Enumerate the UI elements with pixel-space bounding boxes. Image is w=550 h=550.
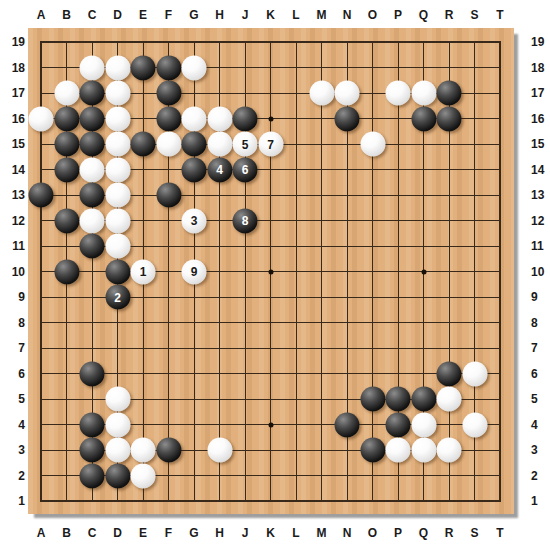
stone-white-G16[interactable] [182, 106, 207, 131]
move-9-stone-white-G10[interactable]: 9 [182, 259, 207, 284]
coord-label-col-R-bottom: R [445, 526, 454, 540]
stone-white-H16[interactable] [207, 106, 232, 131]
coord-label-row-19-right: 19 [531, 35, 544, 49]
stone-black-J16[interactable] [233, 106, 258, 131]
stone-white-Q3[interactable] [411, 438, 436, 463]
coord-label-col-Q-bottom: Q [419, 526, 428, 540]
stone-black-D2[interactable] [105, 463, 130, 488]
coord-label-col-G-top: G [189, 8, 198, 22]
stone-black-C2[interactable] [80, 463, 105, 488]
coord-label-col-N-top: N [343, 8, 352, 22]
coord-label-row-7-left: 7 [18, 341, 25, 355]
stone-black-B12[interactable] [54, 208, 79, 233]
coord-label-row-10-right: 10 [531, 265, 544, 279]
coord-label-col-H-bottom: H [215, 526, 224, 540]
stone-white-D4[interactable] [105, 412, 130, 437]
coord-label-col-E-top: E [139, 8, 147, 22]
stone-white-D18[interactable] [105, 55, 130, 80]
coord-label-row-14-left: 14 [12, 163, 25, 177]
coord-label-col-O-top: O [368, 8, 377, 22]
stone-black-P4[interactable] [386, 412, 411, 437]
stone-white-D15[interactable] [105, 132, 130, 157]
stone-black-C16[interactable] [80, 106, 105, 131]
stone-black-N4[interactable] [335, 412, 360, 437]
stone-white-C18[interactable] [80, 55, 105, 80]
stone-white-G18[interactable] [182, 55, 207, 80]
go-diagram-page: 574638192 AABBCCDDEEFFGGHHJJKKLLMMNNOOPP… [0, 0, 550, 550]
stone-black-R16[interactable] [437, 106, 462, 131]
coord-label-col-E-bottom: E [139, 526, 147, 540]
stone-white-C12[interactable] [80, 208, 105, 233]
stone-black-C15[interactable] [80, 132, 105, 157]
coord-label-row-12-left: 12 [12, 214, 25, 228]
move-5-stone-white-J15[interactable]: 5 [233, 132, 258, 157]
stone-white-D17[interactable] [105, 81, 130, 106]
coord-label-row-13-left: 13 [12, 188, 25, 202]
stone-white-D16[interactable] [105, 106, 130, 131]
stone-black-B16[interactable] [54, 106, 79, 131]
stone-white-H3[interactable] [207, 438, 232, 463]
grid-line-horizontal [41, 322, 500, 323]
stone-black-C4[interactable] [80, 412, 105, 437]
stone-white-E2[interactable] [131, 463, 156, 488]
coord-label-row-5-left: 5 [18, 392, 25, 406]
stone-white-D13[interactable] [105, 183, 130, 208]
stone-white-F15[interactable] [156, 132, 181, 157]
coord-label-col-P-bottom: P [394, 526, 402, 540]
stone-black-R17[interactable] [437, 81, 462, 106]
stone-white-D11[interactable] [105, 234, 130, 259]
stone-black-F16[interactable] [156, 106, 181, 131]
coord-label-col-B-top: B [62, 8, 71, 22]
stone-white-H15[interactable] [207, 132, 232, 157]
stone-white-P17[interactable] [386, 81, 411, 106]
move-3-stone-white-G12[interactable]: 3 [182, 208, 207, 233]
stone-white-D14[interactable] [105, 157, 130, 182]
grid-line-horizontal [41, 373, 500, 374]
coord-label-col-L-bottom: L [292, 526, 299, 540]
coord-label-row-2-left: 2 [18, 469, 25, 483]
star-point-K10 [268, 269, 273, 274]
coord-label-row-15-right: 15 [531, 137, 544, 151]
stone-black-O3[interactable] [360, 438, 385, 463]
star-point-Q10 [421, 269, 426, 274]
stone-black-A13[interactable] [29, 183, 54, 208]
coord-label-col-C-bottom: C [88, 526, 97, 540]
stone-black-Q5[interactable] [411, 387, 436, 412]
move-2-stone-black-D9[interactable]: 2 [105, 285, 130, 310]
coord-label-row-4-right: 4 [531, 418, 538, 432]
coord-label-col-F-bottom: F [165, 526, 172, 540]
stone-black-B14[interactable] [54, 157, 79, 182]
coord-label-row-16-right: 16 [531, 112, 544, 126]
stone-white-D12[interactable] [105, 208, 130, 233]
coord-label-col-N-bottom: N [343, 526, 352, 540]
coord-label-col-A-bottom: A [37, 526, 46, 540]
coord-label-row-3-right: 3 [531, 443, 538, 457]
coord-label-row-18-left: 18 [12, 61, 25, 75]
coord-label-col-S-bottom: S [470, 526, 478, 540]
star-point-K16 [268, 116, 273, 121]
coord-label-col-D-top: D [113, 8, 122, 22]
coord-label-col-A-top: A [37, 8, 46, 22]
move-1-stone-white-E10[interactable]: 1 [131, 259, 156, 284]
coord-label-col-J-top: J [242, 8, 249, 22]
stone-white-S4[interactable] [462, 412, 487, 437]
stone-white-N17[interactable] [335, 81, 360, 106]
coord-label-row-15-left: 15 [12, 137, 25, 151]
stone-white-M17[interactable] [309, 81, 334, 106]
coord-label-row-1-left: 1 [18, 494, 25, 508]
coord-label-col-K-bottom: K [266, 526, 275, 540]
coord-label-col-D-bottom: D [113, 526, 122, 540]
stone-black-B15[interactable] [54, 132, 79, 157]
go-board[interactable]: 574638192 [28, 28, 514, 514]
coord-label-row-13-right: 13 [531, 188, 544, 202]
stone-white-B17[interactable] [54, 81, 79, 106]
grid-line-vertical [296, 42, 297, 501]
coord-label-row-2-right: 2 [531, 469, 538, 483]
stone-black-N16[interactable] [335, 106, 360, 131]
coord-label-row-8-left: 8 [18, 316, 25, 330]
stone-white-R3[interactable] [437, 438, 462, 463]
stone-black-B10[interactable] [54, 259, 79, 284]
coord-label-col-S-top: S [470, 8, 478, 22]
stone-white-P3[interactable] [386, 438, 411, 463]
coord-label-col-Q-top: Q [419, 8, 428, 22]
coord-label-row-19-left: 19 [12, 35, 25, 49]
coord-label-row-11-right: 11 [531, 239, 544, 253]
coord-label-row-17-right: 17 [531, 86, 544, 100]
stone-white-D3[interactable] [105, 438, 130, 463]
coord-label-col-P-top: P [394, 8, 402, 22]
stone-black-O5[interactable] [360, 387, 385, 412]
stone-white-Q4[interactable] [411, 412, 436, 437]
stone-black-C3[interactable] [80, 438, 105, 463]
stone-black-C17[interactable] [80, 81, 105, 106]
coord-label-row-10-left: 10 [12, 265, 25, 279]
coord-label-col-H-top: H [215, 8, 224, 22]
coord-label-col-M-top: M [317, 8, 327, 22]
stone-black-D10[interactable] [105, 259, 130, 284]
coord-label-col-L-top: L [292, 8, 299, 22]
coord-label-col-C-top: C [88, 8, 97, 22]
coord-label-row-8-right: 8 [531, 316, 538, 330]
stone-black-Q16[interactable] [411, 106, 436, 131]
move-6-stone-black-J14[interactable]: 6 [233, 157, 258, 182]
coord-label-row-9-right: 9 [531, 290, 538, 304]
coord-label-col-T-bottom: T [496, 526, 503, 540]
stone-black-F13[interactable] [156, 183, 181, 208]
grid-line-horizontal [41, 348, 500, 349]
stone-white-D5[interactable] [105, 387, 130, 412]
grid-line-vertical [372, 42, 373, 501]
stone-black-E18[interactable] [131, 55, 156, 80]
coord-label-row-9-left: 9 [18, 290, 25, 304]
stone-black-P5[interactable] [386, 387, 411, 412]
move-4-stone-black-H14[interactable]: 4 [207, 157, 232, 182]
stone-black-C6[interactable] [80, 361, 105, 386]
stone-white-O15[interactable] [360, 132, 385, 157]
coord-label-row-6-right: 6 [531, 367, 538, 381]
stone-white-A16[interactable] [29, 106, 54, 131]
grid-line-vertical [321, 42, 322, 501]
coord-label-row-11-left: 11 [12, 239, 25, 253]
coord-label-row-6-left: 6 [18, 367, 25, 381]
stone-black-F18[interactable] [156, 55, 181, 80]
stone-black-C13[interactable] [80, 183, 105, 208]
stone-black-F17[interactable] [156, 81, 181, 106]
coord-label-row-3-left: 3 [18, 443, 25, 457]
coord-label-col-O-bottom: O [368, 526, 377, 540]
stone-black-R6[interactable] [437, 361, 462, 386]
move-7-stone-white-K15[interactable]: 7 [258, 132, 283, 157]
stone-white-Q17[interactable] [411, 81, 436, 106]
coord-label-col-T-top: T [496, 8, 503, 22]
stone-black-C11[interactable] [80, 234, 105, 259]
stone-black-F3[interactable] [156, 438, 181, 463]
stone-white-R5[interactable] [437, 387, 462, 412]
coord-label-row-5-right: 5 [531, 392, 538, 406]
coord-label-col-G-bottom: G [189, 526, 198, 540]
coord-label-col-R-top: R [445, 8, 454, 22]
coord-label-col-J-bottom: J [242, 526, 249, 540]
stone-black-E15[interactable] [131, 132, 156, 157]
stone-black-G15[interactable] [182, 132, 207, 157]
coord-label-row-17-left: 17 [12, 86, 25, 100]
coord-label-row-18-right: 18 [531, 61, 544, 75]
stone-black-G14[interactable] [182, 157, 207, 182]
coord-label-col-K-top: K [266, 8, 275, 22]
coord-label-row-1-right: 1 [531, 494, 538, 508]
stone-white-C14[interactable] [80, 157, 105, 182]
coord-label-row-7-right: 7 [531, 341, 538, 355]
coord-label-row-12-right: 12 [531, 214, 544, 228]
coord-label-row-4-left: 4 [18, 418, 25, 432]
stone-white-S6[interactable] [462, 361, 487, 386]
coord-label-col-B-bottom: B [62, 526, 71, 540]
coord-label-col-F-top: F [165, 8, 172, 22]
coord-label-row-16-left: 16 [12, 112, 25, 126]
move-8-stone-black-J12[interactable]: 8 [233, 208, 258, 233]
coord-label-col-M-bottom: M [317, 526, 327, 540]
coord-label-row-14-right: 14 [531, 163, 544, 177]
stone-white-E3[interactable] [131, 438, 156, 463]
star-point-K4 [268, 422, 273, 427]
